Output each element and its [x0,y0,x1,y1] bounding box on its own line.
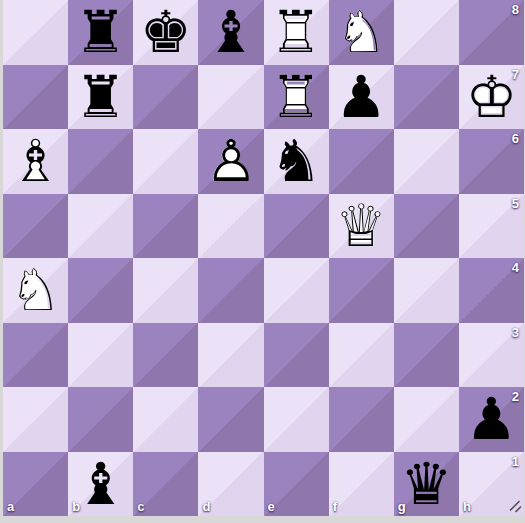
file-label-a: a [7,499,14,514]
square-d5[interactable] [198,194,263,259]
square-f6[interactable] [329,129,394,194]
piece-black-pawn[interactable]: ♟ [329,65,394,130]
square-g5[interactable] [394,194,459,259]
square-c4[interactable] [133,258,198,323]
piece-white-rook[interactable]: ♜♖ [264,65,329,130]
square-a5[interactable] [3,194,68,259]
square-h4[interactable]: 4 [459,258,524,323]
black-rook-glyph: ♜ [68,65,133,130]
square-f5[interactable]: ♛♕ [329,194,394,259]
square-b6[interactable] [68,129,133,194]
square-c8[interactable]: ♚ [133,0,198,65]
rank-label-7: 7 [512,67,519,82]
square-e4[interactable] [264,258,329,323]
rank-label-1: 1 [512,454,519,469]
white-pawn-fill-glyph: ♟ [198,129,263,194]
square-a7[interactable] [3,65,68,130]
piece-white-pawn[interactable]: ♟♙ [198,129,263,194]
square-e6[interactable]: ♞ [264,129,329,194]
piece-black-rook[interactable]: ♜ [68,65,133,130]
rank-label-2: 2 [512,389,519,404]
piece-white-knight[interactable]: ♞♘ [3,258,68,323]
rank-label-3: 3 [512,325,519,340]
square-c5[interactable] [133,194,198,259]
square-h8[interactable]: 8 [459,0,524,65]
square-e5[interactable] [264,194,329,259]
square-c2[interactable] [133,387,198,452]
square-e7[interactable]: ♜♖ [264,65,329,130]
square-b3[interactable] [68,323,133,388]
black-pawn-glyph: ♟ [329,65,394,130]
square-b8[interactable]: ♜ [68,0,133,65]
piece-black-rook[interactable]: ♜ [68,0,133,65]
square-e3[interactable] [264,323,329,388]
rank-label-8: 8 [512,2,519,17]
piece-white-queen[interactable]: ♛♕ [329,194,394,259]
square-h6[interactable]: 6 [459,129,524,194]
square-b7[interactable]: ♜ [68,65,133,130]
square-a8[interactable] [3,0,68,65]
white-rook-fill-glyph: ♜ [264,0,329,65]
piece-black-bishop[interactable]: ♝ [198,0,263,65]
square-f2[interactable] [329,387,394,452]
square-a1[interactable]: a [3,452,68,517]
piece-black-knight[interactable]: ♞ [264,129,329,194]
square-g1[interactable]: ♛g [394,452,459,517]
square-a6[interactable]: ♝♗ [3,129,68,194]
square-e1[interactable]: e [264,452,329,517]
file-label-b: b [72,499,80,514]
square-d3[interactable] [198,323,263,388]
piece-white-rook[interactable]: ♜♖ [264,0,329,65]
page-background: { "game": "chess", "position": { "fen": … [0,0,525,523]
square-d6[interactable]: ♟♙ [198,129,263,194]
square-d4[interactable] [198,258,263,323]
piece-white-knight[interactable]: ♞♘ [329,0,394,65]
square-h2[interactable]: ♟2 [459,387,524,452]
square-d2[interactable] [198,387,263,452]
chess-board: ♜♚♝♜♖♞♘8♜♜♖♟♚♔7♝♗♟♙♞6♛♕5♞♘43♟2a♝bcdef♛gh… [3,0,524,516]
white-knight-outline-glyph: ♘ [329,0,394,65]
square-c3[interactable] [133,323,198,388]
rank-label-5: 5 [512,196,519,211]
diagonal-grip-icon [507,498,523,514]
square-g4[interactable] [394,258,459,323]
white-knight-outline-glyph: ♘ [3,258,68,323]
square-h5[interactable]: 5 [459,194,524,259]
piece-black-king[interactable]: ♚ [133,0,198,65]
file-label-f: f [333,499,337,514]
square-f4[interactable] [329,258,394,323]
square-g6[interactable] [394,129,459,194]
square-c7[interactable] [133,65,198,130]
square-g3[interactable] [394,323,459,388]
white-rook-outline-glyph: ♖ [264,0,329,65]
square-h7[interactable]: ♚♔7 [459,65,524,130]
black-king-glyph: ♚ [133,0,198,65]
file-label-c: c [137,499,144,514]
square-c1[interactable]: c [133,452,198,517]
square-a2[interactable] [3,387,68,452]
black-bishop-glyph: ♝ [198,0,263,65]
white-rook-outline-glyph: ♖ [264,65,329,130]
file-label-d: d [202,499,210,514]
square-e8[interactable]: ♜♖ [264,0,329,65]
piece-white-bishop[interactable]: ♝♗ [3,129,68,194]
square-a4[interactable]: ♞♘ [3,258,68,323]
white-pawn-outline-glyph: ♙ [198,129,263,194]
square-b5[interactable] [68,194,133,259]
white-bishop-outline-glyph: ♗ [3,129,68,194]
square-f8[interactable]: ♞♘ [329,0,394,65]
file-label-e: e [268,499,275,514]
square-b2[interactable] [68,387,133,452]
white-bishop-fill-glyph: ♝ [3,129,68,194]
file-label-g: g [398,499,406,514]
square-c6[interactable] [133,129,198,194]
square-g7[interactable] [394,65,459,130]
square-e2[interactable] [264,387,329,452]
black-rook-glyph: ♜ [68,0,133,65]
square-b4[interactable] [68,258,133,323]
square-a3[interactable] [3,323,68,388]
square-d7[interactable] [198,65,263,130]
white-rook-fill-glyph: ♜ [264,65,329,130]
square-d1[interactable]: d [198,452,263,517]
file-label-h: h [463,499,471,514]
square-f7[interactable]: ♟ [329,65,394,130]
white-queen-fill-glyph: ♛ [329,194,394,259]
rank-label-6: 6 [512,131,519,146]
square-f3[interactable] [329,323,394,388]
square-f1[interactable]: f [329,452,394,517]
square-b1[interactable]: ♝b [68,452,133,517]
square-g8[interactable] [394,0,459,65]
board-resize-handle[interactable] [507,498,523,514]
white-knight-fill-glyph: ♞ [329,0,394,65]
black-knight-glyph: ♞ [264,129,329,194]
white-knight-fill-glyph: ♞ [3,258,68,323]
square-h3[interactable]: 3 [459,323,524,388]
rank-label-4: 4 [512,260,519,275]
square-d8[interactable]: ♝ [198,0,263,65]
white-queen-outline-glyph: ♕ [329,194,394,259]
square-g2[interactable] [394,387,459,452]
